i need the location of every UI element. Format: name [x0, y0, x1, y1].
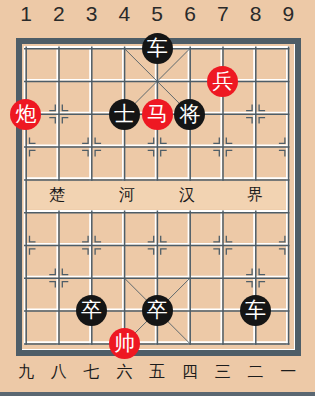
- top-file-label-9: 9: [272, 2, 305, 26]
- piece-black-general[interactable]: 将: [174, 99, 205, 130]
- river-text-chu: 楚: [46, 185, 68, 206]
- bottom-file-label-6: 六: [108, 362, 141, 383]
- river-text-he: 河: [116, 185, 138, 206]
- bottom-file-label-2: 二: [239, 362, 272, 383]
- piece-black-soldier[interactable]: 卒: [142, 295, 173, 326]
- window-edge-strip: [0, 392, 315, 396]
- top-file-label-8: 8: [239, 2, 272, 26]
- top-file-label-4: 4: [108, 2, 141, 26]
- bottom-file-label-4: 四: [174, 362, 207, 383]
- piece-red-soldier[interactable]: 兵: [207, 66, 238, 97]
- top-file-label-2: 2: [42, 2, 75, 26]
- top-file-labels: 1 2 3 4 5 6 7 8 9: [10, 2, 306, 26]
- bottom-file-label-8: 八: [42, 362, 75, 383]
- top-file-label-3: 3: [75, 2, 108, 26]
- top-file-label-5: 5: [141, 2, 174, 26]
- river-text-han: 汉: [176, 185, 198, 206]
- xiangqi-app: 1 2 3 4 5 6 7 8 9 楚 河 汉 界 车兵炮士马将卒卒车帅 九 八…: [0, 0, 315, 396]
- piece-black-chariot[interactable]: 车: [142, 33, 173, 64]
- piece-red-cannon[interactable]: 炮: [10, 99, 41, 130]
- top-file-label-6: 6: [174, 2, 207, 26]
- bottom-file-label-1: 一: [272, 362, 305, 383]
- bottom-file-label-7: 七: [75, 362, 108, 383]
- bottom-file-label-5: 五: [141, 362, 174, 383]
- bottom-file-labels: 九 八 七 六 五 四 三 二 一: [10, 362, 306, 383]
- piece-red-horse[interactable]: 马: [142, 99, 173, 130]
- bottom-file-label-3: 三: [206, 362, 239, 383]
- river-text-jie: 界: [244, 185, 266, 206]
- piece-red-general[interactable]: 帅: [109, 328, 140, 359]
- top-file-label-7: 7: [206, 2, 239, 26]
- bottom-file-label-9: 九: [10, 362, 43, 383]
- piece-black-advisor[interactable]: 士: [109, 99, 140, 130]
- top-file-label-1: 1: [10, 2, 43, 26]
